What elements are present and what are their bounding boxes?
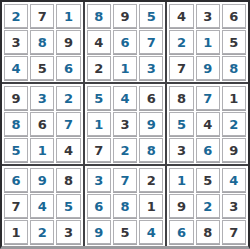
box-3: 436215798 bbox=[167, 2, 248, 82]
cell-r6c3[interactable]: 4 bbox=[56, 138, 80, 162]
cell-r8c9[interactable]: 3 bbox=[222, 194, 246, 218]
cell-r6c8[interactable]: 6 bbox=[196, 138, 220, 162]
cell-r6c2[interactable]: 1 bbox=[30, 138, 54, 162]
cell-r5c1[interactable]: 8 bbox=[4, 112, 28, 136]
cell-r8c7[interactable]: 9 bbox=[169, 194, 193, 218]
cell-r9c6[interactable]: 4 bbox=[139, 220, 163, 244]
cell-r4c4[interactable]: 5 bbox=[87, 86, 111, 110]
cell-r2c1[interactable]: 3 bbox=[4, 30, 28, 54]
cell-r2c3[interactable]: 9 bbox=[56, 30, 80, 54]
cell-r2c9[interactable]: 5 bbox=[222, 30, 246, 54]
cell-r5c9[interactable]: 2 bbox=[222, 112, 246, 136]
cell-r1c4[interactable]: 8 bbox=[87, 4, 111, 28]
cell-r9c8[interactable]: 8 bbox=[196, 220, 220, 244]
cell-r4c3[interactable]: 2 bbox=[56, 86, 80, 110]
cell-r3c5[interactable]: 1 bbox=[113, 56, 137, 80]
box-9: 154923687 bbox=[167, 166, 248, 246]
cell-r7c2[interactable]: 9 bbox=[30, 168, 54, 192]
box-6: 871542369 bbox=[167, 84, 248, 164]
cell-r6c4[interactable]: 7 bbox=[87, 138, 111, 162]
cell-r4c6[interactable]: 6 bbox=[139, 86, 163, 110]
cell-r9c9[interactable]: 7 bbox=[222, 220, 246, 244]
cell-r5c6[interactable]: 9 bbox=[139, 112, 163, 136]
cell-r4c2[interactable]: 3 bbox=[30, 86, 54, 110]
cell-r9c2[interactable]: 2 bbox=[30, 220, 54, 244]
cell-r9c4[interactable]: 9 bbox=[87, 220, 111, 244]
cell-r3c4[interactable]: 2 bbox=[87, 56, 111, 80]
cell-r1c5[interactable]: 9 bbox=[113, 4, 137, 28]
cell-r3c3[interactable]: 6 bbox=[56, 56, 80, 80]
cell-r3c7[interactable]: 7 bbox=[169, 56, 193, 80]
cell-r2c8[interactable]: 1 bbox=[196, 30, 220, 54]
box-8: 372681954 bbox=[85, 166, 166, 246]
cell-r6c6[interactable]: 8 bbox=[139, 138, 163, 162]
box-7: 698745123 bbox=[2, 166, 83, 246]
cell-r2c4[interactable]: 4 bbox=[87, 30, 111, 54]
cell-r3c1[interactable]: 4 bbox=[4, 56, 28, 80]
box-4: 932867514 bbox=[2, 84, 83, 164]
cell-r4c9[interactable]: 1 bbox=[222, 86, 246, 110]
cell-r7c4[interactable]: 3 bbox=[87, 168, 111, 192]
cell-r8c3[interactable]: 5 bbox=[56, 194, 80, 218]
cell-r6c1[interactable]: 5 bbox=[4, 138, 28, 162]
cell-r4c5[interactable]: 4 bbox=[113, 86, 137, 110]
cell-r1c8[interactable]: 3 bbox=[196, 4, 220, 28]
cell-r6c9[interactable]: 9 bbox=[222, 138, 246, 162]
cell-r5c2[interactable]: 6 bbox=[30, 112, 54, 136]
cell-r8c5[interactable]: 8 bbox=[113, 194, 137, 218]
cell-r2c7[interactable]: 2 bbox=[169, 30, 193, 54]
cell-r3c6[interactable]: 3 bbox=[139, 56, 163, 80]
cell-r7c5[interactable]: 7 bbox=[113, 168, 137, 192]
cell-r9c7[interactable]: 6 bbox=[169, 220, 193, 244]
cell-r3c8[interactable]: 9 bbox=[196, 56, 220, 80]
cell-r7c1[interactable]: 6 bbox=[4, 168, 28, 192]
cell-r5c8[interactable]: 4 bbox=[196, 112, 220, 136]
cell-r8c6[interactable]: 1 bbox=[139, 194, 163, 218]
cell-r4c8[interactable]: 7 bbox=[196, 86, 220, 110]
cell-r1c3[interactable]: 1 bbox=[56, 4, 80, 28]
cell-r7c8[interactable]: 5 bbox=[196, 168, 220, 192]
cell-r5c4[interactable]: 1 bbox=[87, 112, 111, 136]
cell-r7c9[interactable]: 4 bbox=[222, 168, 246, 192]
cell-r1c7[interactable]: 4 bbox=[169, 4, 193, 28]
cell-r9c1[interactable]: 1 bbox=[4, 220, 28, 244]
cell-r2c5[interactable]: 6 bbox=[113, 30, 137, 54]
cell-r9c5[interactable]: 5 bbox=[113, 220, 137, 244]
box-2: 895467213 bbox=[85, 2, 166, 82]
cell-r8c2[interactable]: 4 bbox=[30, 194, 54, 218]
box-1: 271389456 bbox=[2, 2, 83, 82]
cell-r6c5[interactable]: 2 bbox=[113, 138, 137, 162]
cell-r1c2[interactable]: 7 bbox=[30, 4, 54, 28]
cell-r4c1[interactable]: 9 bbox=[4, 86, 28, 110]
cell-r4c7[interactable]: 8 bbox=[169, 86, 193, 110]
sudoku-board: 2713894568954672134362157989328675145461… bbox=[0, 0, 250, 249]
cell-r8c8[interactable]: 2 bbox=[196, 194, 220, 218]
cell-r8c4[interactable]: 6 bbox=[87, 194, 111, 218]
cell-r5c3[interactable]: 7 bbox=[56, 112, 80, 136]
cell-r5c5[interactable]: 3 bbox=[113, 112, 137, 136]
cell-r7c6[interactable]: 2 bbox=[139, 168, 163, 192]
cell-r3c9[interactable]: 8 bbox=[222, 56, 246, 80]
cell-r1c9[interactable]: 6 bbox=[222, 4, 246, 28]
cell-r9c3[interactable]: 3 bbox=[56, 220, 80, 244]
cell-r5c7[interactable]: 5 bbox=[169, 112, 193, 136]
cell-r7c7[interactable]: 1 bbox=[169, 168, 193, 192]
cell-r3c2[interactable]: 5 bbox=[30, 56, 54, 80]
cell-r6c7[interactable]: 3 bbox=[169, 138, 193, 162]
cell-r2c2[interactable]: 8 bbox=[30, 30, 54, 54]
cell-r1c6[interactable]: 5 bbox=[139, 4, 163, 28]
cell-r1c1[interactable]: 2 bbox=[4, 4, 28, 28]
cell-r2c6[interactable]: 7 bbox=[139, 30, 163, 54]
box-5: 546139728 bbox=[85, 84, 166, 164]
cell-r8c1[interactable]: 7 bbox=[4, 194, 28, 218]
cell-r7c3[interactable]: 8 bbox=[56, 168, 80, 192]
